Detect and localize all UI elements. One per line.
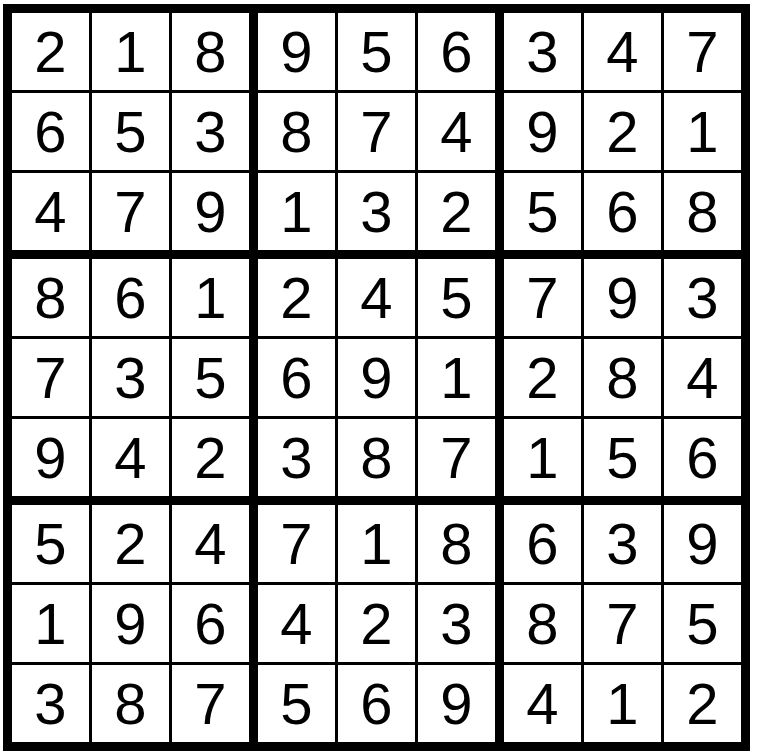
sudoku-cell-r1c4[interactable]: 9	[258, 13, 335, 90]
cell-digit: 5	[194, 349, 226, 407]
sudoku-cell-r1c3[interactable]: 8	[172, 13, 249, 90]
sudoku-cell-r1c8[interactable]: 4	[584, 13, 661, 90]
cell-digit: 6	[360, 675, 392, 733]
sudoku-cell-r9c7[interactable]: 4	[504, 665, 581, 742]
sudoku-cell-r6c2[interactable]: 4	[92, 419, 169, 496]
cell-digit: 7	[606, 595, 638, 653]
cell-digit: 3	[686, 269, 718, 327]
sudoku-cell-r3c1[interactable]: 4	[12, 173, 89, 250]
sudoku-cell-r6c8[interactable]: 5	[584, 419, 661, 496]
sudoku-cell-r7c8[interactable]: 3	[584, 505, 661, 582]
sudoku-cell-r5c8[interactable]: 8	[584, 339, 661, 416]
cell-digit: 4	[440, 103, 472, 161]
cell-digit: 1	[114, 23, 146, 81]
sudoku-cell-r3c9[interactable]: 8	[664, 173, 741, 250]
sudoku-cell-r7c9[interactable]: 9	[664, 505, 741, 582]
cell-digit: 6	[34, 103, 66, 161]
cell-digit: 4	[194, 515, 226, 573]
cell-digit: 5	[34, 515, 66, 573]
cell-digit: 7	[34, 349, 66, 407]
cell-digit: 1	[606, 675, 638, 733]
cell-digit: 2	[606, 103, 638, 161]
cell-digit: 5	[440, 269, 472, 327]
sudoku-cell-r4c8[interactable]: 9	[584, 259, 661, 336]
cell-digit: 1	[360, 515, 392, 573]
sudoku-cell-r9c1[interactable]: 3	[12, 665, 89, 742]
sudoku-cell-r5c9[interactable]: 4	[664, 339, 741, 416]
sudoku-cell-r3c5[interactable]: 3	[338, 173, 415, 250]
sudoku-cell-r2c7[interactable]: 9	[504, 93, 581, 170]
cell-digit: 3	[606, 515, 638, 573]
sudoku-cell-r5c2[interactable]: 3	[92, 339, 169, 416]
cell-digit: 9	[360, 349, 392, 407]
cell-digit: 1	[194, 269, 226, 327]
sudoku-cell-r3c7[interactable]: 5	[504, 173, 581, 250]
cell-digit: 4	[526, 675, 558, 733]
sudoku-cell-r3c2[interactable]: 7	[92, 173, 169, 250]
cell-digit: 6	[114, 269, 146, 327]
cell-digit: 1	[526, 429, 558, 487]
cell-digit: 7	[440, 429, 472, 487]
sudoku-cell-r2c4[interactable]: 8	[258, 93, 335, 170]
sudoku-cell-r9c9[interactable]: 2	[664, 665, 741, 742]
sudoku-cell-r9c6[interactable]: 9	[418, 665, 495, 742]
cell-digit: 3	[114, 349, 146, 407]
sudoku-cell-r8c2[interactable]: 9	[92, 585, 169, 662]
sudoku-cell-r2c6[interactable]: 4	[418, 93, 495, 170]
sudoku-cell-r8c7[interactable]: 8	[504, 585, 581, 662]
cell-digit: 3	[360, 183, 392, 241]
cell-digit: 2	[526, 349, 558, 407]
sudoku-cell-r4c2[interactable]: 6	[92, 259, 169, 336]
cell-digit: 6	[526, 515, 558, 573]
cell-digit: 5	[280, 675, 312, 733]
cell-digit: 5	[606, 429, 638, 487]
cell-digit: 9	[280, 23, 312, 81]
sudoku-cell-r9c8[interactable]: 1	[584, 665, 661, 742]
sudoku-cell-r1c1[interactable]: 2	[12, 13, 89, 90]
cell-digit: 6	[686, 429, 718, 487]
cell-digit: 2	[280, 269, 312, 327]
sudoku-cell-r6c7[interactable]: 1	[504, 419, 581, 496]
sudoku-cell-r6c6[interactable]: 7	[418, 419, 495, 496]
cell-digit: 5	[360, 23, 392, 81]
cell-digit: 2	[686, 675, 718, 733]
sudoku-cell-r5c7[interactable]: 2	[504, 339, 581, 416]
sudoku-cell-r2c5[interactable]: 7	[338, 93, 415, 170]
sudoku-cell-r4c6[interactable]: 5	[418, 259, 495, 336]
cell-digit: 3	[526, 23, 558, 81]
cell-digit: 4	[34, 183, 66, 241]
sudoku-cell-r6c4[interactable]: 3	[258, 419, 335, 496]
sudoku-cell-r4c9[interactable]: 3	[664, 259, 741, 336]
sudoku-cell-r4c1[interactable]: 8	[12, 259, 89, 336]
sudoku-cell-r7c2[interactable]: 2	[92, 505, 169, 582]
sudoku-cell-r8c1[interactable]: 1	[12, 585, 89, 662]
sudoku-cell-r1c7[interactable]: 3	[504, 13, 581, 90]
sudoku-cell-r1c5[interactable]: 5	[338, 13, 415, 90]
cell-digit: 7	[686, 23, 718, 81]
sudoku-cell-r7c6[interactable]: 8	[418, 505, 495, 582]
sudoku-cell-r4c3[interactable]: 1	[172, 259, 249, 336]
cell-digit: 8	[280, 103, 312, 161]
cell-digit: 8	[440, 515, 472, 573]
cell-digit: 1	[280, 183, 312, 241]
sudoku-cell-r2c8[interactable]: 2	[584, 93, 661, 170]
sudoku-cell-r2c3[interactable]: 3	[172, 93, 249, 170]
sudoku-cell-r8c5[interactable]: 2	[338, 585, 415, 662]
sudoku-cell-r8c4[interactable]: 4	[258, 585, 335, 662]
sudoku-cell-r7c1[interactable]: 5	[12, 505, 89, 582]
cell-digit: 8	[114, 675, 146, 733]
cell-digit: 2	[114, 515, 146, 573]
cell-digit: 6	[440, 23, 472, 81]
cell-digit: 5	[114, 103, 146, 161]
sudoku-cell-r3c4[interactable]: 1	[258, 173, 335, 250]
sudoku-cell-r6c9[interactable]: 6	[664, 419, 741, 496]
cell-digit: 9	[194, 183, 226, 241]
sudoku-cell-r4c7[interactable]: 7	[504, 259, 581, 336]
cell-digit: 2	[34, 23, 66, 81]
cell-digit: 7	[280, 515, 312, 573]
sudoku-cell-r4c4[interactable]: 2	[258, 259, 335, 336]
cell-digit: 3	[280, 429, 312, 487]
cell-digit: 3	[34, 675, 66, 733]
sudoku-cell-r1c9[interactable]: 7	[664, 13, 741, 90]
cell-digit: 2	[194, 429, 226, 487]
cell-digit: 8	[686, 183, 718, 241]
cell-digit: 9	[114, 595, 146, 653]
page: 2189563476538749214791325688612457937356…	[0, 0, 757, 756]
cell-digit: 8	[606, 349, 638, 407]
sudoku-cell-r6c3[interactable]: 2	[172, 419, 249, 496]
sudoku-cell-r2c9[interactable]: 1	[664, 93, 741, 170]
sudoku-board: 2189563476538749214791325688612457937356…	[3, 4, 750, 751]
sudoku-cell-r5c5[interactable]: 9	[338, 339, 415, 416]
sudoku-cell-r2c1[interactable]: 6	[12, 93, 89, 170]
cell-digit: 4	[360, 269, 392, 327]
sudoku-cell-r9c3[interactable]: 7	[172, 665, 249, 742]
sudoku-cell-r8c8[interactable]: 7	[584, 585, 661, 662]
sudoku-cell-r2c2[interactable]: 5	[92, 93, 169, 170]
sudoku-cell-r4c5[interactable]: 4	[338, 259, 415, 336]
sudoku-cell-r9c2[interactable]: 8	[92, 665, 169, 742]
cell-digit: 4	[606, 23, 638, 81]
sudoku-cell-r8c9[interactable]: 5	[664, 585, 741, 662]
sudoku-cell-r3c6[interactable]: 2	[418, 173, 495, 250]
sudoku-cell-r6c1[interactable]: 9	[12, 419, 89, 496]
cell-digit: 9	[606, 269, 638, 327]
sudoku-cell-r7c5[interactable]: 1	[338, 505, 415, 582]
cell-digit: 8	[360, 429, 392, 487]
sudoku-cell-r9c4[interactable]: 5	[258, 665, 335, 742]
cell-digit: 1	[34, 595, 66, 653]
cell-digit: 2	[440, 183, 472, 241]
sudoku-cell-r5c6[interactable]: 1	[418, 339, 495, 416]
cell-digit: 6	[194, 595, 226, 653]
cell-digit: 1	[686, 103, 718, 161]
sudoku-cell-r8c3[interactable]: 6	[172, 585, 249, 662]
sudoku-cell-r6c5[interactable]: 8	[338, 419, 415, 496]
cell-digit: 7	[360, 103, 392, 161]
cell-digit: 4	[280, 595, 312, 653]
cell-digit: 3	[194, 103, 226, 161]
sudoku-cell-r7c3[interactable]: 4	[172, 505, 249, 582]
cell-digit: 5	[686, 595, 718, 653]
cell-digit: 9	[526, 103, 558, 161]
sudoku-cell-r8c6[interactable]: 3	[418, 585, 495, 662]
cell-digit: 9	[440, 675, 472, 733]
sudoku-cell-r5c1[interactable]: 7	[12, 339, 89, 416]
sudoku-cell-r1c6[interactable]: 6	[418, 13, 495, 90]
cell-digit: 7	[194, 675, 226, 733]
cell-digit: 6	[606, 183, 638, 241]
cell-digit: 1	[440, 349, 472, 407]
sudoku-cell-r7c4[interactable]: 7	[258, 505, 335, 582]
cell-digit: 9	[686, 515, 718, 573]
cell-digit: 7	[114, 183, 146, 241]
sudoku-cell-r3c3[interactable]: 9	[172, 173, 249, 250]
sudoku-cell-r3c8[interactable]: 6	[584, 173, 661, 250]
sudoku-cell-r7c7[interactable]: 6	[504, 505, 581, 582]
sudoku-cell-r9c5[interactable]: 6	[338, 665, 415, 742]
sudoku-cell-r5c3[interactable]: 5	[172, 339, 249, 416]
cell-digit: 6	[280, 349, 312, 407]
cell-digit: 5	[526, 183, 558, 241]
cell-digit: 9	[34, 429, 66, 487]
sudoku-cell-r1c2[interactable]: 1	[92, 13, 169, 90]
cell-digit: 4	[114, 429, 146, 487]
sudoku-cell-r5c4[interactable]: 6	[258, 339, 335, 416]
cell-digit: 8	[194, 23, 226, 81]
cell-digit: 7	[526, 269, 558, 327]
cell-digit: 2	[360, 595, 392, 653]
cell-digit: 8	[526, 595, 558, 653]
cell-digit: 3	[440, 595, 472, 653]
cell-digit: 4	[686, 349, 718, 407]
cell-digit: 8	[34, 269, 66, 327]
